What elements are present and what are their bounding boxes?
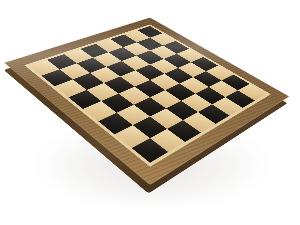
photo-stage [0,0,300,225]
